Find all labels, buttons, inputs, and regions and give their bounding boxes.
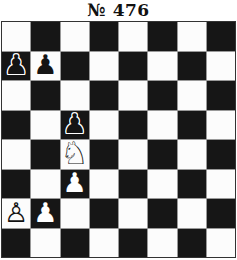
square-e7[interactable] bbox=[119, 52, 147, 81]
square-g6[interactable] bbox=[178, 81, 206, 110]
square-f3[interactable] bbox=[148, 170, 176, 199]
square-a1[interactable] bbox=[2, 229, 30, 258]
white-pawn-icon: ♙ bbox=[4, 199, 28, 226]
white-pawn-icon: ♟ bbox=[33, 199, 57, 226]
square-e1[interactable] bbox=[119, 229, 147, 258]
square-d2[interactable] bbox=[90, 199, 118, 228]
square-g3[interactable] bbox=[178, 170, 206, 199]
square-h8[interactable] bbox=[207, 22, 235, 51]
square-c6[interactable] bbox=[61, 81, 89, 110]
square-e5[interactable] bbox=[119, 111, 147, 140]
square-h3[interactable] bbox=[207, 170, 235, 199]
square-b2[interactable]: ♟ bbox=[31, 199, 59, 228]
square-b8[interactable] bbox=[31, 22, 59, 51]
square-g2[interactable] bbox=[178, 199, 206, 228]
square-h4[interactable] bbox=[207, 140, 235, 169]
square-e4[interactable] bbox=[119, 140, 147, 169]
square-e3[interactable] bbox=[119, 170, 147, 199]
square-d4[interactable] bbox=[90, 140, 118, 169]
square-f2[interactable] bbox=[148, 199, 176, 228]
square-h7[interactable] bbox=[207, 52, 235, 81]
square-c5[interactable]: ♟ bbox=[61, 111, 89, 140]
square-e8[interactable] bbox=[119, 22, 147, 51]
square-d1[interactable] bbox=[90, 229, 118, 258]
square-f4[interactable] bbox=[148, 140, 176, 169]
square-b4[interactable] bbox=[31, 140, 59, 169]
square-g4[interactable] bbox=[178, 140, 206, 169]
square-h5[interactable] bbox=[207, 111, 235, 140]
square-c3[interactable]: ♟ bbox=[61, 170, 89, 199]
square-b6[interactable] bbox=[31, 81, 59, 110]
square-h2[interactable] bbox=[207, 199, 235, 228]
square-a8[interactable] bbox=[2, 22, 30, 51]
square-d7[interactable] bbox=[90, 52, 118, 81]
square-a3[interactable] bbox=[2, 170, 30, 199]
square-c1[interactable] bbox=[61, 229, 89, 258]
white-knight-icon: ♘ bbox=[61, 140, 89, 169]
square-c4[interactable]: ♘ bbox=[61, 140, 89, 169]
square-f7[interactable] bbox=[148, 52, 176, 81]
white-pawn-icon: ♟ bbox=[63, 170, 87, 197]
square-b5[interactable] bbox=[31, 111, 59, 140]
black-pawn-icon: ♟ bbox=[33, 52, 57, 79]
square-a6[interactable] bbox=[2, 81, 30, 110]
square-d8[interactable] bbox=[90, 22, 118, 51]
black-pawn-icon: ♟ bbox=[4, 52, 28, 79]
chess-diagram-page: № 476 ♟♟♟♘♟♙♟ bbox=[0, 0, 237, 260]
square-c2[interactable] bbox=[61, 199, 89, 228]
square-b7[interactable]: ♟ bbox=[31, 52, 59, 81]
black-pawn-icon: ♟ bbox=[63, 111, 87, 138]
square-d3[interactable] bbox=[90, 170, 118, 199]
square-c7[interactable] bbox=[61, 52, 89, 81]
square-g5[interactable] bbox=[178, 111, 206, 140]
square-f6[interactable] bbox=[148, 81, 176, 110]
chess-board: ♟♟♟♘♟♙♟ bbox=[1, 21, 236, 258]
square-g8[interactable] bbox=[178, 22, 206, 51]
square-b3[interactable] bbox=[31, 170, 59, 199]
square-f1[interactable] bbox=[148, 229, 176, 258]
square-a5[interactable] bbox=[2, 111, 30, 140]
square-e6[interactable] bbox=[119, 81, 147, 110]
square-a7[interactable]: ♟ bbox=[2, 52, 30, 81]
square-h6[interactable] bbox=[207, 81, 235, 110]
diagram-number: № 476 bbox=[0, 0, 237, 21]
square-a4[interactable] bbox=[2, 140, 30, 169]
square-b1[interactable] bbox=[31, 229, 59, 258]
square-d6[interactable] bbox=[90, 81, 118, 110]
square-c8[interactable] bbox=[61, 22, 89, 51]
square-f8[interactable] bbox=[148, 22, 176, 51]
square-e2[interactable] bbox=[119, 199, 147, 228]
square-g7[interactable] bbox=[178, 52, 206, 81]
square-a2[interactable]: ♙ bbox=[2, 199, 30, 228]
square-g1[interactable] bbox=[178, 229, 206, 258]
square-h1[interactable] bbox=[207, 229, 235, 258]
square-d5[interactable] bbox=[90, 111, 118, 140]
square-f5[interactable] bbox=[148, 111, 176, 140]
